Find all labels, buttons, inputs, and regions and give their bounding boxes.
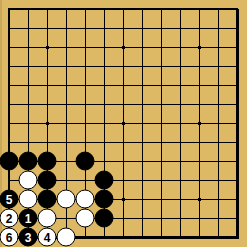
star-point [46, 46, 49, 49]
stone-black: 3 [19, 228, 38, 247]
move-number-label: 4 [44, 231, 51, 243]
stone-black [38, 190, 57, 209]
stone-black [95, 171, 114, 190]
stone-white: 4 [38, 228, 57, 247]
stone-white [76, 190, 95, 209]
stone-white [57, 190, 76, 209]
stone-white [19, 190, 38, 209]
stone-black [76, 152, 95, 171]
stone-white: 2 [0, 209, 19, 228]
star-point [198, 46, 201, 49]
move-number-label: 5 [6, 193, 13, 205]
stone-white: 6 [0, 228, 19, 247]
star-point [46, 122, 49, 125]
stone-black [95, 209, 114, 228]
star-point [122, 198, 125, 201]
star-point [122, 122, 125, 125]
star-point [198, 198, 201, 201]
stone-black: 5 [0, 190, 19, 209]
move-number-label: 1 [25, 212, 32, 224]
stone-black [38, 171, 57, 190]
stone-white [38, 209, 57, 228]
stone-white [57, 228, 76, 247]
star-point [198, 122, 201, 125]
move-number-label: 3 [25, 231, 32, 243]
stone-black: 1 [19, 209, 38, 228]
move-number-label: 6 [6, 231, 13, 243]
stone-black [38, 152, 57, 171]
move-number-label: 2 [6, 212, 13, 224]
stone-white [19, 171, 38, 190]
go-board-diagram: 521634 [0, 0, 247, 247]
stone-black [0, 152, 19, 171]
stone-white [76, 209, 95, 228]
stone-black [19, 152, 38, 171]
star-point [122, 46, 125, 49]
stone-black [95, 190, 114, 209]
